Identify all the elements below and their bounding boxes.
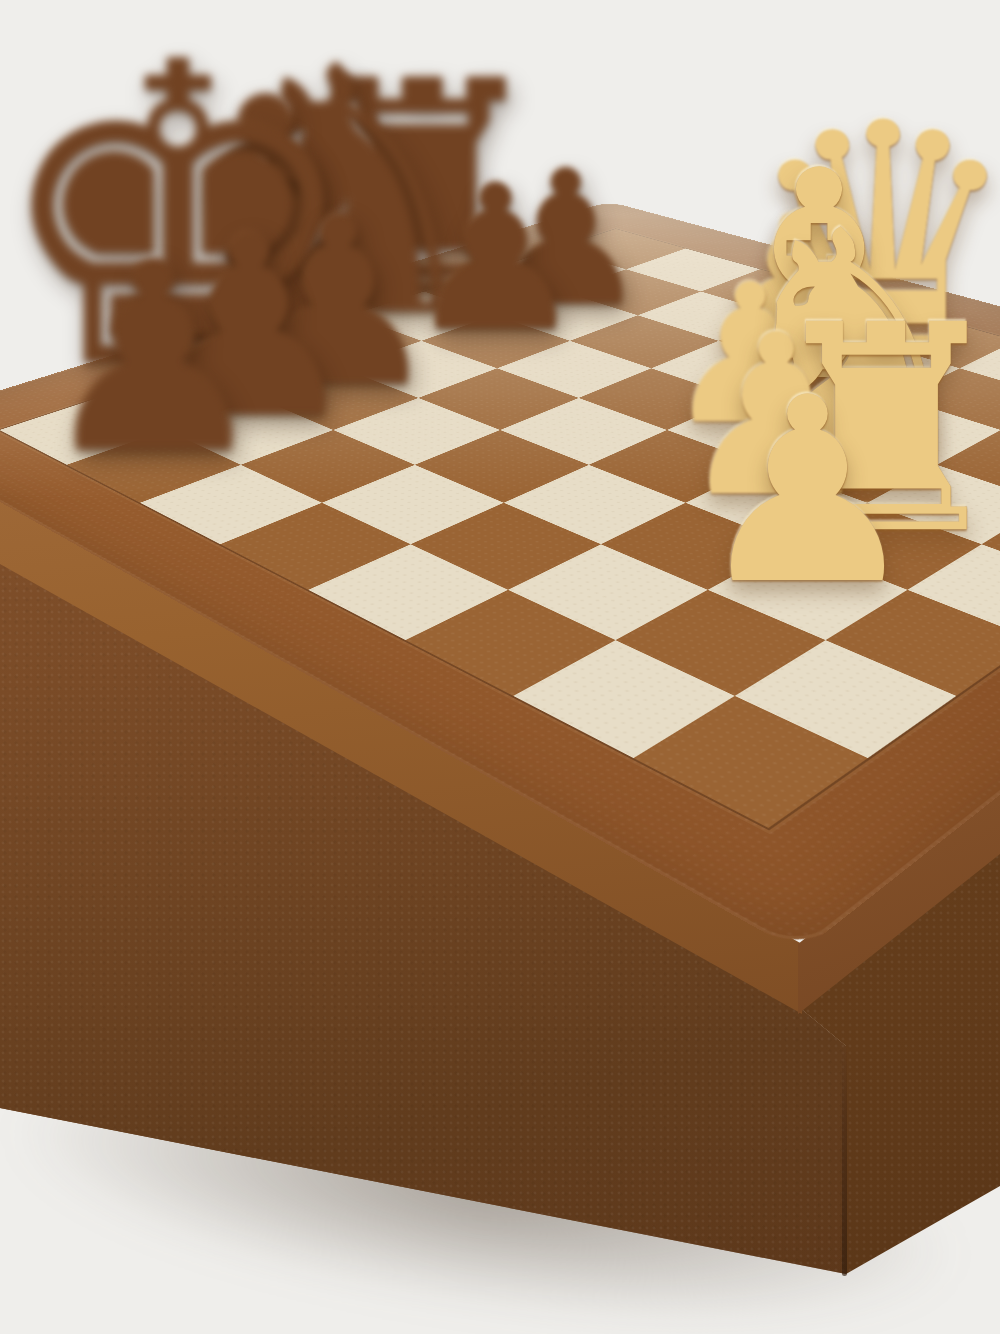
white-pawn: ♟ [693, 364, 922, 620]
stage: ♚♝♞♜♟♟♟♟♟♟♟♟♟♜♞♝♛ [0, 0, 1000, 1334]
black-pawn: ♟ [37, 229, 271, 490]
pieces-layer: ♚♝♞♜♟♟♟♟♟♟♟♟♟♜♞♝♛ [0, 0, 1000, 1334]
